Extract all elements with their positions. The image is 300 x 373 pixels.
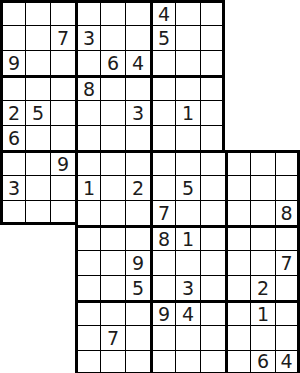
given-digit-r3c5: 6 <box>100 50 125 75</box>
given-digit-r4c4: 8 <box>75 75 100 100</box>
cell-r9c8[interactable] <box>175 200 200 225</box>
cell-r15c7[interactable] <box>150 350 175 373</box>
cell-r7c9[interactable] <box>200 150 225 175</box>
void-area <box>50 350 75 373</box>
cell-r7c5[interactable] <box>100 150 125 175</box>
given-digit-r12c8: 3 <box>175 275 200 300</box>
cell-r7c1[interactable] <box>0 150 25 175</box>
void-area <box>50 250 75 275</box>
cell-r6c2[interactable] <box>25 125 50 150</box>
given-digit-r14c5: 7 <box>100 325 125 350</box>
cell-r9c5[interactable] <box>100 200 125 225</box>
void-area <box>25 225 50 250</box>
cell-r3c9[interactable] <box>200 50 225 75</box>
cell-r2c9[interactable] <box>200 25 225 50</box>
cell-r6c9[interactable] <box>200 125 225 150</box>
cell-r10c5[interactable] <box>100 225 125 250</box>
given-digit-r11c12: 7 <box>275 250 300 275</box>
cell-r14c7[interactable] <box>150 325 175 350</box>
cell-r7c10[interactable] <box>225 150 250 175</box>
cell-r9c1[interactable] <box>0 200 25 225</box>
void-area <box>250 25 275 50</box>
given-digit-r5c1: 2 <box>0 100 25 125</box>
cell-r10c6[interactable] <box>125 225 150 250</box>
cell-r1c1[interactable] <box>0 0 25 25</box>
void-area <box>225 0 250 25</box>
given-digit-r9c12: 8 <box>275 200 300 225</box>
cell-r11c10[interactable] <box>225 250 250 275</box>
void-area <box>250 100 275 125</box>
given-digit-r7c3: 9 <box>50 150 75 175</box>
given-digit-r13c11: 1 <box>250 300 275 325</box>
given-digit-r10c7: 8 <box>150 225 175 250</box>
given-digit-r12c6: 5 <box>125 275 150 300</box>
cell-r4c2[interactable] <box>25 75 50 100</box>
given-digit-r2c7: 5 <box>150 25 175 50</box>
cell-r12c7[interactable] <box>150 275 175 300</box>
cell-r1c5[interactable] <box>100 0 125 25</box>
cell-r9c11[interactable] <box>250 200 275 225</box>
cell-r7c4[interactable] <box>75 150 100 175</box>
cell-r8c2[interactable] <box>25 175 50 200</box>
void-area <box>0 275 25 300</box>
cell-r4c6[interactable] <box>125 75 150 100</box>
cell-r14c6[interactable] <box>125 325 150 350</box>
cell-r10c10[interactable] <box>225 225 250 250</box>
cell-r2c5[interactable] <box>100 25 125 50</box>
cell-r11c8[interactable] <box>175 250 200 275</box>
cell-r13c6[interactable] <box>125 300 150 325</box>
cell-r1c2[interactable] <box>25 0 50 25</box>
void-area <box>250 50 275 75</box>
cell-r11c11[interactable] <box>250 250 275 275</box>
void-area <box>275 25 300 50</box>
given-digit-r1c7: 4 <box>150 0 175 25</box>
cell-r12c9[interactable] <box>200 275 225 300</box>
cell-r1c8[interactable] <box>175 0 200 25</box>
void-area <box>25 250 50 275</box>
cell-r11c7[interactable] <box>150 250 175 275</box>
given-digit-r8c4: 1 <box>75 175 100 200</box>
given-digit-r2c3: 7 <box>50 25 75 50</box>
given-digit-r13c8: 4 <box>175 300 200 325</box>
cell-r12c10[interactable] <box>225 275 250 300</box>
cell-r13c4[interactable] <box>75 300 100 325</box>
cell-r15c10[interactable] <box>225 350 250 373</box>
given-digit-r3c1: 9 <box>0 50 25 75</box>
void-area <box>0 300 25 325</box>
cell-r1c9[interactable] <box>200 0 225 25</box>
void-area <box>225 50 250 75</box>
cell-r3c3[interactable] <box>50 50 75 75</box>
cell-r13c12[interactable] <box>275 300 300 325</box>
void-area <box>25 325 50 350</box>
cell-r9c9[interactable] <box>200 200 225 225</box>
cell-r8c3[interactable] <box>50 175 75 200</box>
cell-r7c8[interactable] <box>175 150 200 175</box>
cell-r6c8[interactable] <box>175 125 200 150</box>
cell-r8c10[interactable] <box>225 175 250 200</box>
void-area <box>225 125 250 150</box>
void-area <box>225 75 250 100</box>
given-digit-r12c11: 2 <box>250 275 275 300</box>
cell-r4c3[interactable] <box>50 75 75 100</box>
void-area <box>25 275 50 300</box>
cell-r14c10[interactable] <box>225 325 250 350</box>
cell-r9c3[interactable] <box>50 200 75 225</box>
given-digit-r5c8: 1 <box>175 100 200 125</box>
void-area <box>0 225 25 250</box>
cell-r6c7[interactable] <box>150 125 175 150</box>
void-area <box>275 0 300 25</box>
void-area <box>50 225 75 250</box>
cell-r9c6[interactable] <box>125 200 150 225</box>
void-area <box>225 100 250 125</box>
cell-r15c8[interactable] <box>175 350 200 373</box>
void-area <box>0 325 25 350</box>
cell-r4c1[interactable] <box>0 75 25 100</box>
cell-r14c11[interactable] <box>250 325 275 350</box>
given-digit-r9c7: 7 <box>150 200 175 225</box>
given-digit-r2c4: 3 <box>75 25 100 50</box>
cell-r8c9[interactable] <box>200 175 225 200</box>
given-digit-r3c6: 4 <box>125 50 150 75</box>
cell-r15c5[interactable] <box>100 350 125 373</box>
given-digit-r5c6: 3 <box>125 100 150 125</box>
void-area <box>0 250 25 275</box>
cell-r7c7[interactable] <box>150 150 175 175</box>
cell-r15c9[interactable] <box>200 350 225 373</box>
cell-r4c5[interactable] <box>100 75 125 100</box>
void-area <box>25 300 50 325</box>
void-area <box>50 300 75 325</box>
cell-r3c8[interactable] <box>175 50 200 75</box>
cell-r12c4[interactable] <box>75 275 100 300</box>
given-digit-r6c1: 6 <box>0 125 25 150</box>
cell-r11c4[interactable] <box>75 250 100 275</box>
cell-r9c4[interactable] <box>75 200 100 225</box>
void-area <box>25 350 50 373</box>
cell-r6c6[interactable] <box>125 125 150 150</box>
cell-r8c12[interactable] <box>275 175 300 200</box>
void-area <box>275 125 300 150</box>
cell-r3c7[interactable] <box>150 50 175 75</box>
void-area <box>0 350 25 373</box>
cell-r7c2[interactable] <box>25 150 50 175</box>
cell-r2c8[interactable] <box>175 25 200 50</box>
cell-r5c9[interactable] <box>200 100 225 125</box>
cell-r10c4[interactable] <box>75 225 100 250</box>
given-digit-r8c1: 3 <box>0 175 25 200</box>
given-digit-r13c7: 9 <box>150 300 175 325</box>
cell-r5c7[interactable] <box>150 100 175 125</box>
cell-r12c12[interactable] <box>275 275 300 300</box>
cell-r11c9[interactable] <box>200 250 225 275</box>
cell-r14c8[interactable] <box>175 325 200 350</box>
given-digit-r11c6: 9 <box>125 250 150 275</box>
cell-r13c5[interactable] <box>100 300 125 325</box>
cell-r14c4[interactable] <box>75 325 100 350</box>
cell-r5c3[interactable] <box>50 100 75 125</box>
cell-r12c5[interactable] <box>100 275 125 300</box>
void-area <box>50 325 75 350</box>
cell-r7c12[interactable] <box>275 150 300 175</box>
cell-r13c9[interactable] <box>200 300 225 325</box>
cell-r6c4[interactable] <box>75 125 100 150</box>
void-area <box>275 50 300 75</box>
given-digit-r15c11: 6 <box>250 350 275 373</box>
void-area <box>250 75 275 100</box>
cell-r10c12[interactable] <box>275 225 300 250</box>
cell-r5c5[interactable] <box>100 100 125 125</box>
cell-r1c4[interactable] <box>75 0 100 25</box>
void-area <box>250 125 275 150</box>
cell-r10c11[interactable] <box>250 225 275 250</box>
cell-r6c3[interactable] <box>50 125 75 150</box>
cell-r5c4[interactable] <box>75 100 100 125</box>
given-digit-r8c8: 5 <box>175 175 200 200</box>
cell-r8c11[interactable] <box>250 175 275 200</box>
cell-r14c12[interactable] <box>275 325 300 350</box>
cell-r4c7[interactable] <box>150 75 175 100</box>
cell-r7c6[interactable] <box>125 150 150 175</box>
cell-r14c9[interactable] <box>200 325 225 350</box>
cell-r10c9[interactable] <box>200 225 225 250</box>
cell-r2c2[interactable] <box>25 25 50 50</box>
cell-r1c6[interactable] <box>125 0 150 25</box>
void-area <box>225 25 250 50</box>
given-digit-r5c2: 5 <box>25 100 50 125</box>
given-digit-r15c12: 4 <box>275 350 300 373</box>
cell-r15c6[interactable] <box>125 350 150 373</box>
cell-r15c4[interactable] <box>75 350 100 373</box>
cell-r8c7[interactable] <box>150 175 175 200</box>
void-area <box>275 100 300 125</box>
void-area <box>250 0 275 25</box>
cell-r3c2[interactable] <box>25 50 50 75</box>
cell-r9c10[interactable] <box>225 200 250 225</box>
given-digit-r10c8: 1 <box>175 225 200 250</box>
cell-r11c5[interactable] <box>100 250 125 275</box>
cell-r1c3[interactable] <box>50 0 75 25</box>
cell-r4c8[interactable] <box>175 75 200 100</box>
void-area <box>275 75 300 100</box>
cell-r3c4[interactable] <box>75 50 100 75</box>
cell-r13c10[interactable] <box>225 300 250 325</box>
cell-r4c9[interactable] <box>200 75 225 100</box>
cell-r9c2[interactable] <box>25 200 50 225</box>
cell-r6c5[interactable] <box>100 125 125 150</box>
void-area <box>50 275 75 300</box>
cell-r2c6[interactable] <box>125 25 150 50</box>
cell-r8c5[interactable] <box>100 175 125 200</box>
cell-r2c1[interactable] <box>0 25 25 50</box>
sudoku-board: 473596482531693125788197532941764 <box>0 0 300 373</box>
given-digit-r8c6: 2 <box>125 175 150 200</box>
cell-r7c11[interactable] <box>250 150 275 175</box>
